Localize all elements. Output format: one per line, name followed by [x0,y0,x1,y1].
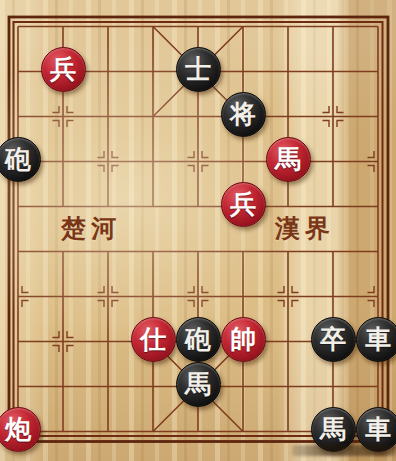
piece-red-cannon[interactable]: 炮 [0,407,41,452]
xiangqi-board: 楚河 漢界 兵士将砲馬兵仕砲帥卒車馬炮馬車 [0,0,396,461]
board-point: 卒 [311,317,356,362]
piece-black-advisor[interactable]: 士 [176,47,221,92]
piece-glyph: 兵 [230,192,256,218]
piece-red-soldier[interactable]: 兵 [41,47,86,92]
piece-red-soldier[interactable]: 兵 [221,182,266,227]
piece-glyph: 将 [230,102,256,128]
piece-black-soldier[interactable]: 卒 [311,317,356,362]
piece-glyph: 帥 [230,327,256,353]
piece-glyph: 士 [185,57,211,83]
piece-glyph: 卒 [320,327,346,353]
board-point: 帥 [221,317,266,362]
piece-glyph: 炮 [5,417,31,443]
piece-red-general[interactable]: 帥 [221,317,266,362]
board-point: 車 [356,317,396,362]
board-point: 砲 [176,317,221,362]
piece-glyph: 馬 [275,147,301,173]
piece-black-cannon[interactable]: 砲 [176,317,221,362]
board-point: 馬 [176,362,221,407]
piece-glyph: 兵 [50,57,76,83]
piece-black-chariot[interactable]: 車 [356,317,396,362]
board-point: 仕 [131,317,176,362]
board-point: 兵 [221,182,266,227]
board-point: 砲 [0,137,41,182]
board-point: 馬 [266,137,311,182]
board-point: 兵 [41,47,86,92]
piece-black-cannon[interactable]: 砲 [0,137,41,182]
piece-black-horse[interactable]: 馬 [176,362,221,407]
board-point: 将 [221,92,266,137]
watermark-blur [292,445,396,456]
piece-glyph: 車 [365,417,391,443]
piece-glyph: 砲 [5,147,31,173]
piece-red-horse[interactable]: 馬 [266,137,311,182]
piece-glyph: 車 [365,327,391,353]
board-point: 炮 [0,407,41,452]
pieces-layer: 兵士将砲馬兵仕砲帥卒車馬炮馬車 [0,2,396,452]
piece-glyph: 砲 [185,327,211,353]
board-point: 士 [176,47,221,92]
piece-glyph: 馬 [185,372,211,398]
piece-glyph: 馬 [320,417,346,443]
piece-red-advisor[interactable]: 仕 [131,317,176,362]
piece-glyph: 仕 [140,327,166,353]
piece-black-general[interactable]: 将 [221,92,266,137]
